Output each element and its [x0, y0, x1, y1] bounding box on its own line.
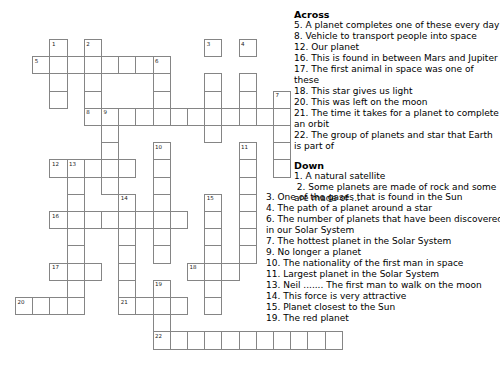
grid-cell-r12c3[interactable] — [67, 245, 85, 263]
grid-cell-r1c2[interactable] — [49, 56, 67, 74]
grid-cell-r7c2[interactable]: 12 — [49, 159, 67, 177]
grid-cell-r10c6[interactable] — [118, 211, 136, 229]
grid-cell-r10c2[interactable]: 16 — [49, 211, 67, 229]
grid-cell-r7c13[interactable] — [239, 159, 257, 177]
cell-number: 14 — [121, 195, 128, 202]
grid-cell-r5c5[interactable] — [101, 125, 119, 143]
cell-number: 5 — [35, 58, 39, 65]
grid-cell-r8c8[interactable] — [153, 177, 171, 195]
clue-12: 12. Our planet — [294, 42, 499, 53]
grid-cell-r15c3[interactable] — [67, 297, 85, 315]
grid-cell-r12c6[interactable] — [118, 245, 136, 263]
grid-cell-r13c12[interactable] — [221, 263, 239, 281]
clue-15: 15. Planet closest to the Sun — [266, 302, 500, 313]
grid-cell-r15c1[interactable] — [32, 297, 50, 315]
cell-number: 2 — [86, 41, 90, 48]
grid-cell-r4c15[interactable] — [273, 108, 291, 126]
cell-number: 19 — [155, 281, 162, 288]
grid-cell-r15c0[interactable]: 20 — [15, 297, 33, 315]
grid-cell-r1c6[interactable] — [118, 56, 136, 74]
grid-cell-r2c2[interactable] — [49, 73, 67, 91]
grid-cell-r1c8[interactable]: 6 — [153, 56, 171, 74]
grid-cell-r13c10[interactable]: 18 — [187, 263, 205, 281]
grid-cell-r4c14[interactable] — [256, 108, 274, 126]
cell-number: 4 — [241, 41, 245, 48]
grid-cell-r17c14[interactable] — [256, 331, 274, 349]
grid-cell-r1c5[interactable] — [101, 56, 119, 74]
clue-6: 6. The number of planets that have been … — [266, 214, 500, 225]
grid-cell-r14c11[interactable] — [204, 280, 222, 298]
grid-cell-r10c3[interactable] — [67, 211, 85, 229]
grid-cell-r13c2[interactable]: 17 — [49, 263, 67, 281]
clues-panel-primary: Across 5. A planet completes one of thes… — [294, 9, 499, 204]
cell-number: 20 — [18, 299, 25, 306]
grid-cell-r7c4[interactable] — [84, 159, 102, 177]
clue-21-cont: an orbit — [294, 119, 499, 130]
grid-cell-r17c9[interactable] — [170, 331, 188, 349]
grid-cell-r17c16[interactable] — [290, 331, 308, 349]
grid-cell-r17c12[interactable] — [221, 331, 239, 349]
grid-cell-r3c13[interactable] — [239, 91, 257, 109]
grid-cell-r1c3[interactable] — [67, 56, 85, 74]
grid-cell-r7c3[interactable]: 13 — [67, 159, 85, 177]
grid-cell-r10c4[interactable] — [84, 211, 102, 229]
clue-7: 7. The hottest planet in the Solar Syste… — [266, 236, 500, 247]
down-header: Down — [294, 160, 499, 171]
grid-cell-r7c5[interactable] — [101, 159, 119, 177]
clue-10: 10. The nationality of the first man in … — [266, 258, 500, 269]
grid-cell-r3c8[interactable] — [153, 91, 171, 109]
grid-cell-r2c11[interactable] — [204, 73, 222, 91]
clue-22: 22. The group of planets and star that E… — [294, 130, 499, 141]
grid-cell-r0c4[interactable]: 2 — [84, 39, 102, 57]
grid-cell-r15c8[interactable] — [153, 297, 171, 315]
grid-cell-r6c8[interactable]: 10 — [153, 142, 171, 160]
grid-cell-r11c13[interactable] — [239, 228, 257, 246]
clue-4: 4. The path of a planet around a star — [266, 203, 500, 214]
clue-6-cont: in our Solar System — [266, 225, 500, 236]
grid-cell-r3c2[interactable] — [49, 91, 67, 109]
crossword-worksheet: 12345678910111213141516171819202122 Acro… — [0, 0, 500, 370]
grid-cell-r15c11[interactable] — [204, 297, 222, 315]
grid-cell-r4c8[interactable] — [153, 108, 171, 126]
grid-cell-r4c13[interactable] — [239, 108, 257, 126]
grid-cell-r8c13[interactable] — [239, 177, 257, 195]
grid-cell-r11c6[interactable] — [118, 228, 136, 246]
grid-cell-r10c7[interactable] — [135, 211, 153, 229]
cell-number: 17 — [52, 264, 59, 271]
grid-cell-r13c6[interactable] — [118, 263, 136, 281]
clue-13: 13. Neil ....... The first man to walk o… — [266, 280, 500, 291]
grid-cell-r17c8[interactable]: 22 — [153, 331, 171, 349]
grid-cell-r2c8[interactable] — [153, 73, 171, 91]
grid-cell-r4c6[interactable] — [118, 108, 136, 126]
grid-cell-r4c12[interactable] — [221, 108, 239, 126]
grid-cell-r13c3[interactable] — [67, 263, 85, 281]
grid-cell-r6c15[interactable] — [273, 142, 291, 160]
clue-5: 5. A planet completes one of these every… — [294, 20, 499, 31]
grid-cell-r7c8[interactable] — [153, 159, 171, 177]
grid-cell-r9c13[interactable] — [239, 194, 257, 212]
cell-number: 12 — [52, 161, 59, 168]
grid-cell-r3c11[interactable] — [204, 91, 222, 109]
clue-8: 8. Vehicle to transport people into spac… — [294, 31, 499, 42]
cell-number: 18 — [190, 264, 197, 271]
cell-number: 8 — [86, 109, 90, 116]
grid-cell-r0c13[interactable]: 4 — [239, 39, 257, 57]
cell-number: 3 — [207, 41, 211, 48]
grid-cell-r9c8[interactable] — [153, 194, 171, 212]
cell-number: 11 — [241, 144, 248, 151]
grid-cell-r17c11[interactable] — [204, 331, 222, 349]
cell-number: 13 — [69, 161, 76, 168]
grid-cell-r15c7[interactable] — [135, 297, 153, 315]
grid-cell-r11c8[interactable] — [153, 228, 171, 246]
grid-cell-r1c4[interactable] — [84, 56, 102, 74]
grid-cell-r4c11[interactable] — [204, 108, 222, 126]
across-header: Across — [294, 9, 499, 20]
grid-cell-r5c11[interactable] — [204, 125, 222, 143]
grid-cell-r15c2[interactable] — [49, 297, 67, 315]
cell-number: 21 — [121, 299, 128, 306]
grid-cell-r9c6[interactable]: 14 — [118, 194, 136, 212]
grid-cell-r17c13[interactable] — [239, 331, 257, 349]
cell-number: 7 — [276, 92, 280, 99]
grid-cell-r12c11[interactable] — [204, 245, 222, 263]
across-clues-list: 5. A planet completes one of these every… — [294, 20, 499, 152]
clue-21: 21. The time it takes for a planet to co… — [294, 108, 499, 119]
cell-number: 22 — [155, 333, 162, 340]
clue-17: 17. The first animal in space was one of — [294, 64, 499, 75]
grid-cell-r10c8[interactable] — [153, 211, 171, 229]
clue-19: 19. The red planet — [266, 313, 500, 324]
grid-cell-r2c13[interactable] — [239, 73, 257, 91]
grid-cell-r16c8[interactable] — [153, 314, 171, 332]
cell-number: 10 — [155, 144, 162, 151]
grid-cell-r2c4[interactable] — [84, 73, 102, 91]
grid-cell-r4c4[interactable]: 8 — [84, 108, 102, 126]
grid-cell-r8c5[interactable] — [101, 177, 119, 195]
clues-panel-secondary: 3. One of the gases that is found in the… — [266, 192, 500, 324]
grid-cell-r5c15[interactable] — [273, 125, 291, 143]
grid-cell-r11c11[interactable] — [204, 228, 222, 246]
grid-cell-r4c7[interactable] — [135, 108, 153, 126]
cell-number: 16 — [52, 213, 59, 220]
grid-cell-r9c11[interactable]: 15 — [204, 194, 222, 212]
grid-cell-r6c13[interactable]: 11 — [239, 142, 257, 160]
grid-cell-r10c11[interactable] — [204, 211, 222, 229]
clue-3: 3. One of the gases that is found in the… — [266, 192, 500, 203]
grid-cell-r4c10[interactable] — [187, 108, 205, 126]
grid-cell-r14c6[interactable] — [118, 280, 136, 298]
clue-11: 11. Largest planet in the Solar System — [266, 269, 500, 280]
cell-number: 1 — [52, 41, 56, 48]
grid-cell-r13c4[interactable] — [84, 263, 102, 281]
grid-cell-r7c15[interactable] — [273, 159, 291, 177]
clue-17-cont: these — [294, 75, 499, 86]
grid-cell-r14c3[interactable] — [67, 280, 85, 298]
grid-cell-r6c5[interactable] — [101, 142, 119, 160]
grid-cell-r4c9[interactable] — [170, 108, 188, 126]
grid-cell-r13c11[interactable] — [204, 263, 222, 281]
cell-number: 9 — [104, 109, 108, 116]
clue-18: 18. This star gives us light — [294, 86, 499, 97]
grid-cell-r17c18[interactable] — [325, 331, 343, 349]
grid-cell-r0c2[interactable]: 1 — [49, 39, 67, 57]
grid-cell-r14c8[interactable]: 19 — [153, 280, 171, 298]
grid-cell-r12c13[interactable] — [239, 245, 257, 263]
grid-cell-r3c4[interactable] — [84, 91, 102, 109]
clue-16: 16. This is found in between Mars and Ju… — [294, 53, 499, 64]
grid-cell-r7c6[interactable] — [118, 159, 136, 177]
down-clues-list-2: 3. One of the gases that is found in the… — [266, 192, 500, 324]
grid-cell-r4c5[interactable]: 9 — [101, 108, 119, 126]
clues-gap — [294, 152, 499, 160]
grid-cell-r15c9[interactable] — [170, 297, 188, 315]
clue-20: 20. This was left on the moon — [294, 97, 499, 108]
grid-cell-r8c3[interactable] — [67, 177, 85, 195]
grid-cell-r15c6[interactable]: 21 — [118, 297, 136, 315]
grid-cell-r0c11[interactable]: 3 — [204, 39, 222, 57]
grid-cell-r10c13[interactable] — [239, 211, 257, 229]
clue-1: 1. A natural satellite — [294, 171, 499, 182]
grid-cell-r10c9[interactable] — [170, 211, 188, 229]
grid-cell-r17c10[interactable] — [187, 331, 205, 349]
grid-cell-r1c1[interactable]: 5 — [32, 56, 50, 74]
grid-cell-r10c5[interactable] — [101, 211, 119, 229]
grid-cell-r1c7[interactable] — [135, 56, 153, 74]
grid-cell-r11c3[interactable] — [67, 228, 85, 246]
cell-number: 6 — [155, 58, 159, 65]
grid-cell-r17c15[interactable] — [273, 331, 291, 349]
cell-number: 15 — [207, 195, 214, 202]
grid-cell-r12c8[interactable] — [153, 245, 171, 263]
grid-cell-r17c17[interactable] — [307, 331, 325, 349]
clue-9: 9. No longer a planet — [266, 247, 500, 258]
grid-cell-r9c3[interactable] — [67, 194, 85, 212]
grid-cell-r3c15[interactable]: 7 — [273, 91, 291, 109]
clue-14: 14. This force is very attractive — [266, 291, 500, 302]
clue-22-cont: is part of — [294, 141, 499, 152]
